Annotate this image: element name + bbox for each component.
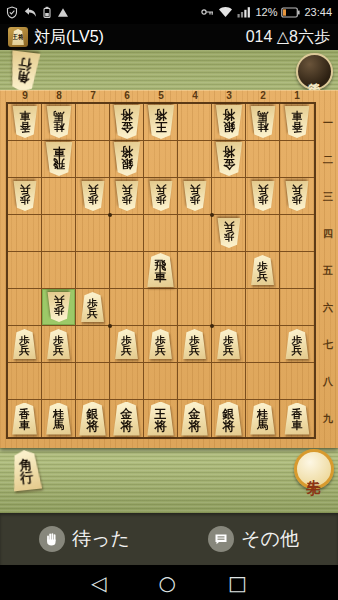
other-button[interactable]: その他 [169,513,338,565]
page-title: 対局(LV5) [34,27,104,48]
file-labels: 987654321 [8,90,314,102]
move-indicator: 014 △8六歩 [246,27,330,48]
piece-bishop-gote[interactable]: 角行 [6,50,43,94]
board-cell-3三[interactable] [212,178,246,215]
star-point-icon [108,324,112,328]
board-cell-4一[interactable] [178,104,212,141]
piece-pawn-gote[interactable]: 歩兵 [284,181,310,211]
piece-gold-general-sente[interactable]: 金将 [180,402,210,436]
rank-label: 五 [318,252,338,289]
board-cell-8一[interactable]: 桂馬 [42,104,76,141]
board-cell-3四[interactable]: 歩兵 [212,215,246,252]
board-cell-8七[interactable]: 歩兵 [42,326,76,363]
board-cell-1五[interactable] [280,252,314,289]
piece-pawn-gote[interactable]: 歩兵 [250,181,276,211]
board-cell-5四[interactable] [144,215,178,252]
piece-knight-gote[interactable]: 桂馬 [45,106,73,138]
board-cell-5三[interactable]: 歩兵 [144,178,178,215]
board-cell-3五[interactable] [212,252,246,289]
piece-gold-general-gote[interactable]: 金将 [112,105,142,139]
board-cell-5八[interactable] [144,363,178,400]
rank-label: 二 [318,141,338,178]
board-cell-2七[interactable] [246,326,280,363]
file-label-6: 6 [110,90,144,102]
board-cell-9二[interactable] [8,141,42,178]
board-cell-2八[interactable] [246,363,280,400]
hand-icon [39,526,65,552]
board-cell-2二[interactable] [246,141,280,178]
board-cell-4六[interactable] [178,289,212,326]
board-cell-7七[interactable] [76,326,110,363]
board-cell-4四[interactable] [178,215,212,252]
piece-pawn-sente[interactable]: 歩兵 [216,329,242,359]
board-cell-7二[interactable] [76,141,110,178]
piece-pawn-sente[interactable]: 歩兵 [148,329,174,359]
piece-king-gote[interactable]: 王将 [146,105,176,139]
undo-label: 待った [72,526,130,552]
piece-knight-sente[interactable]: 桂馬 [45,403,73,435]
board-cell-8八[interactable] [42,363,76,400]
battery-percent: 12% [255,6,277,18]
board-cell-8九[interactable]: 桂馬 [42,400,76,437]
board-cell-7六[interactable]: 歩兵 [76,289,110,326]
piece-rook-gote[interactable]: 飛車 [44,142,74,176]
tatami-background: 角行 後手 987654321 一二三四五六七八九 香車桂馬金将王将銀将桂馬香車… [0,50,338,513]
board-cell-9六[interactable] [8,289,42,326]
piece-lance-gote[interactable]: 香車 [11,106,39,138]
board-cell-8二[interactable]: 飛車 [42,141,76,178]
piece-pawn-sente[interactable]: 歩兵 [80,292,106,322]
board-cell-1三[interactable]: 歩兵 [280,178,314,215]
action-bar: 待った その他 [0,513,338,565]
board-cell-6三[interactable]: 歩兵 [110,178,144,215]
board-cell-7五[interactable] [76,252,110,289]
signal-icon [237,6,251,18]
board-cell-5二[interactable] [144,141,178,178]
piece-pawn-gote[interactable]: 歩兵 [148,181,174,211]
piece-lance-sente[interactable]: 香車 [11,403,39,435]
piece-silver-general-gote[interactable]: 銀将 [112,142,142,176]
board-cell-7三[interactable]: 歩兵 [76,178,110,215]
board-cell-3九[interactable]: 銀将 [212,400,246,437]
clock: 23:44 [304,6,332,18]
board-cell-6一[interactable]: 金将 [110,104,144,141]
rank-label: 三 [318,178,338,215]
board-cell-5五[interactable]: 飛車 [144,252,178,289]
board-cell-1一[interactable]: 香車 [280,104,314,141]
board-cell-8三[interactable] [42,178,76,215]
board-cell-1四[interactable] [280,215,314,252]
file-label-1: 1 [280,90,314,102]
board-cell-2五[interactable]: 歩兵 [246,252,280,289]
board-cell-5六[interactable] [144,289,178,326]
notification-icons [6,6,69,19]
board-cell-3一[interactable]: 銀将 [212,104,246,141]
piece-pawn-sente[interactable]: 歩兵 [46,329,72,359]
board-cell-6七[interactable]: 歩兵 [110,326,144,363]
file-label-5: 5 [144,90,178,102]
board-cell-4二[interactable] [178,141,212,178]
status-bar: 12% 23:44 [0,0,338,24]
piece-rook-sente[interactable]: 飛車 [146,253,176,287]
board-cell-6二[interactable]: 銀将 [110,141,144,178]
board-cell-7四[interactable] [76,215,110,252]
board-cell-3七[interactable]: 歩兵 [212,326,246,363]
key-icon [201,6,214,18]
board-cell-7一[interactable] [76,104,110,141]
piece-gold-general-gote[interactable]: 金将 [214,142,244,176]
shield-check-icon [6,6,18,19]
board-cell-2九[interactable]: 桂馬 [246,400,280,437]
piece-pawn-sente[interactable]: 歩兵 [114,329,140,359]
board-cell-2四[interactable] [246,215,280,252]
piece-king-sente[interactable]: 王将 [146,402,176,436]
file-label-2: 2 [246,90,280,102]
piece-lance-gote[interactable]: 香車 [283,106,311,138]
board-cell-1六[interactable] [280,289,314,326]
board-cell-4八[interactable] [178,363,212,400]
recents-icon[interactable]: □ [228,573,247,593]
piece-silver-general-gote[interactable]: 銀将 [214,105,244,139]
board-cell-2一[interactable]: 桂馬 [246,104,280,141]
board-cell-3二[interactable]: 金将 [212,141,246,178]
rank-label: 八 [318,363,338,400]
piece-silver-general-sente[interactable]: 銀将 [214,402,244,436]
piece-silver-general-sente[interactable]: 銀将 [78,402,108,436]
board-cell-4七[interactable]: 歩兵 [178,326,212,363]
piece-knight-gote[interactable]: 桂馬 [249,106,277,138]
sente-badge: 先手 [294,449,334,489]
board-cell-5七[interactable]: 歩兵 [144,326,178,363]
rank-label: 一 [318,104,338,141]
file-label-4: 4 [178,90,212,102]
piece-pawn-sente[interactable]: 歩兵 [182,329,208,359]
file-label-3: 3 [212,90,246,102]
piece-pawn-gote[interactable]: 歩兵 [216,218,242,248]
file-label-8: 8 [42,90,76,102]
piece-pawn-gote[interactable]: 歩兵 [12,181,38,211]
wifi-icon [218,6,233,18]
board-cell-9八[interactable] [8,363,42,400]
board-cell-6九[interactable]: 金将 [110,400,144,437]
app-icon: 王将 [8,27,28,47]
home-icon[interactable]: ○ [159,573,176,593]
board-cell-8四[interactable] [42,215,76,252]
piece-gold-general-sente[interactable]: 金将 [112,402,142,436]
board-cell-3八[interactable] [212,363,246,400]
star-point-icon [108,213,112,217]
board-cell-1七[interactable]: 歩兵 [280,326,314,363]
reply-arrow-icon [24,7,37,18]
board-cell-1八[interactable] [280,363,314,400]
board-cell-4三[interactable]: 歩兵 [178,178,212,215]
board-cell-2三[interactable]: 歩兵 [246,178,280,215]
app-icon-piece: 王将 [12,29,25,45]
board-cell-9三[interactable]: 歩兵 [8,178,42,215]
piece-lance-sente[interactable]: 香車 [283,403,311,435]
board-cell-9九[interactable]: 香車 [8,400,42,437]
board-cell-4九[interactable]: 金将 [178,400,212,437]
board-cell-6四[interactable] [110,215,144,252]
board-cell-6六[interactable] [110,289,144,326]
rank-label: 九 [318,400,338,437]
board-cell-1二[interactable] [280,141,314,178]
back-icon[interactable]: ◁ [91,573,106,593]
piece-pawn-gote[interactable]: 歩兵 [114,181,140,211]
triangle-icon [57,7,69,18]
undo-button[interactable]: 待った [0,513,169,565]
board-cell-2六[interactable] [246,289,280,326]
board-cell-9一[interactable]: 香車 [8,104,42,141]
board-cell-9五[interactable] [8,252,42,289]
board-cell-1九[interactable]: 香車 [280,400,314,437]
gote-captured-tray: 角行 [8,52,40,92]
board-cell-4五[interactable] [178,252,212,289]
board-cell-8五[interactable] [42,252,76,289]
battery-mini-icon [43,6,51,18]
battery-icon [281,7,300,18]
rank-label: 四 [318,215,338,252]
star-point-icon [210,324,214,328]
board-cell-3六[interactable] [212,289,246,326]
android-nav-bar: ◁ ○ □ [0,565,338,600]
rank-label: 六 [318,289,338,326]
piece-pawn-sente[interactable]: 歩兵 [12,329,38,359]
gote-badge: 後手 [296,53,333,90]
other-label: その他 [241,526,299,552]
board-cell-9七[interactable]: 歩兵 [8,326,42,363]
board-cell-9四[interactable] [8,215,42,252]
rank-labels: 一二三四五六七八九 [318,104,338,437]
piece-pawn-sente[interactable]: 歩兵 [284,329,310,359]
piece-pawn-gote[interactable]: 歩兵 [46,292,72,322]
piece-pawn-gote[interactable]: 歩兵 [182,181,208,211]
rank-label: 七 [318,326,338,363]
phone-screen: 12% 23:44 王将 対局(LV5) 014 △8六歩 角行 後手 9876… [0,0,338,600]
title-bar: 王将 対局(LV5) 014 △8六歩 [0,24,338,50]
file-label-9: 9 [8,90,42,102]
board-cell-7八[interactable] [76,363,110,400]
file-label-7: 7 [76,90,110,102]
piece-bishop-sente[interactable]: 角行 [8,448,44,491]
chat-icon [208,526,234,552]
piece-pawn-sente[interactable]: 歩兵 [250,255,276,285]
piece-pawn-gote[interactable]: 歩兵 [80,181,106,211]
board-grid: 香車桂馬金将王将銀将桂馬香車飛車銀将金将歩兵歩兵歩兵歩兵歩兵歩兵歩兵歩兵飛車歩兵… [6,102,316,439]
board-cell-7九[interactable]: 銀将 [76,400,110,437]
board-cell-5九[interactable]: 王将 [144,400,178,437]
shogi-board: 987654321 一二三四五六七八九 香車桂馬金将王将銀将桂馬香車飛車銀将金将… [0,90,338,448]
board-cell-6八[interactable] [110,363,144,400]
star-point-icon [210,213,214,217]
piece-knight-sente[interactable]: 桂馬 [249,403,277,435]
board-cell-8六[interactable]: 歩兵 [42,289,76,326]
board-cell-5一[interactable]: 王将 [144,104,178,141]
board-cell-6五[interactable] [110,252,144,289]
sente-captured-tray: 角行 [10,450,42,490]
